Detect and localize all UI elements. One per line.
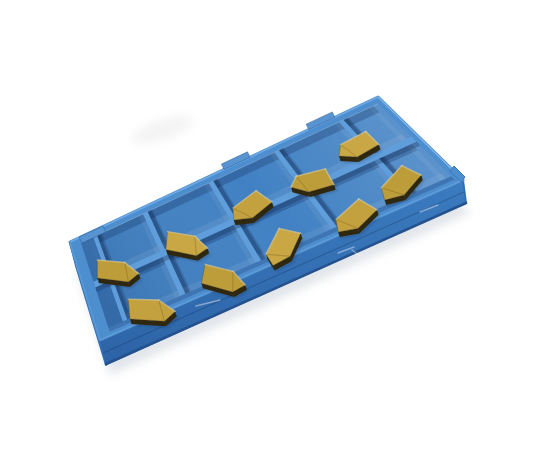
photo-canvas xyxy=(0,0,540,470)
insert-box-photo xyxy=(0,0,540,470)
background-smudge xyxy=(128,111,195,150)
